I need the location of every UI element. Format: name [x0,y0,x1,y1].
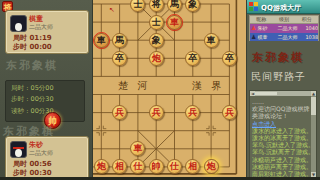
table-row[interactable]: ♟朱砂二品大师1040 [250,24,318,33]
branding-area: 东邪象棋 民间野路子 [247,42,320,89]
piece-red-兵[interactable]: 兵 [222,105,237,120]
brand-title: 东邪象棋 [252,50,304,65]
penguin-belly [15,149,22,157]
penguin-scarf [13,147,24,149]
setting-move-time: 步时：00分30 [11,95,84,104]
red-player-icon: ♟ [251,24,256,32]
xiangqi-game-window: 楚 河漢 界 ↖ 士将馬象士車車馬象車卒炮卒卒兵兵兵兵車炮相仕帥仕相炮 将 棋童… [0,0,320,180]
chat-message: 泼水的冰离开了游戏。 [252,134,312,141]
table-row[interactable]: ♟棋童二品大师1038 [250,33,318,42]
scroll-up-arrow-icon[interactable]: ▲ [311,91,316,96]
piece-black-士[interactable]: 士 [149,15,164,30]
chat-horizontal-scrollbar[interactable]: ◄ ► [250,91,316,96]
chat-log[interactable]: ◄ ► ……欢迎访问QQ游戏棋牌类游戏论坛！点击进入泼水的冰进入了游戏。泼水的冰… [249,90,317,178]
penguin-belly [15,23,22,31]
header-nickname: 昵称 [250,16,273,23]
black-player-card: 棋童 二品大师 局时 01:19 步时 00:00 [5,10,89,54]
piece-red-兵[interactable]: 兵 [149,105,164,120]
piece-black-将[interactable]: 将 [149,0,164,12]
header-score: 积分 [295,16,318,23]
row-rank: 二品大师 [277,34,305,40]
table-header: 昵称 级别 积分 [250,16,318,24]
chat-link[interactable]: 点击进入 [252,120,312,127]
chat-message: 泼水的冰进入了游戏。 [252,127,312,134]
chat-message: 欢迎访问QQ游戏棋牌类游戏论坛！ [252,105,312,119]
red-corner-mark: ↖ [109,6,115,14]
chat-vertical-scrollbar[interactable]: ▲ ▼ [311,91,316,177]
watermark-text: 东邪象棋 [6,58,58,73]
chat-message: 冰糖葫芦进入了游戏。 [252,156,312,163]
piece-black-車[interactable]: 車 [94,33,109,48]
chat-messages: ……欢迎访问QQ游戏棋牌类游戏论坛！点击进入泼水的冰进入了游戏。泼水的冰离开了游… [252,98,312,177]
setting-game-time: 局时：05分00 [11,84,84,93]
piece-red-車[interactable]: 車 [167,15,182,30]
black-player-rank: 二品大师 [29,23,53,32]
black-move-time: 步时 00:00 [13,42,52,52]
window-bottom-border [0,177,320,180]
right-sidebar: QQ游戏大厅 昵称 级别 积分 ♟朱砂二品大师1040♟棋童二品大师1038 东… [246,0,320,180]
piece-black-象[interactable]: 象 [149,33,164,48]
row-score: 1040 [305,25,318,31]
red-player-avatar[interactable] [10,141,27,158]
vscroll-thumb[interactable] [311,97,316,115]
row-score: 1038 [305,34,318,40]
black-player-avatar[interactable] [10,15,27,32]
chat-message: 笨鸟.沉默离开了游戏。 [252,148,312,155]
brand-subtitle: 民间野路子 [251,70,306,84]
svg-text:楚 河: 楚 河 [118,80,150,91]
red-player-card: 朱砂 二品大师 局时 00:56 步时 00:30 [5,136,89,180]
piece-black-車[interactable]: 車 [204,33,219,48]
window-titlebar[interactable]: QQ游戏大厅 [247,0,320,14]
chat-message: 冰糖葫芦离开了游戏。 [252,163,312,170]
black-player-icon: ♟ [251,33,256,41]
left-sidebar: 将 棋童 二品大师 局时 01:19 步时 00:00 东邪象棋 局时：05分0… [0,0,93,180]
piece-black-馬[interactable]: 馬 [112,33,127,48]
piece-black-卒[interactable]: 卒 [185,51,200,66]
row-nickname: 朱砂 [257,25,277,31]
row-rank: 二品大师 [277,25,305,31]
qq-game-logo-icon [249,2,258,11]
piece-red-炮[interactable]: 炮 [204,159,219,174]
piece-black-卒[interactable]: 卒 [222,51,237,66]
chat-message: 笨鸟.沉默进入了游戏。 [252,141,312,148]
piece-red-帥[interactable]: 帥 [149,159,164,174]
row-nickname: 棋童 [257,34,277,40]
window-title: QQ游戏大厅 [261,3,301,13]
hscroll-thumb[interactable] [255,92,277,95]
piece-black-馬[interactable]: 馬 [167,0,182,12]
chat-message: …… [252,98,312,105]
piece-black-卒[interactable]: 卒 [112,51,127,66]
header-rank: 级别 [273,16,296,23]
player-table[interactable]: 昵称 级别 积分 ♟朱砂二品大师1040♟棋童二品大师1038 [249,15,319,41]
svg-text:漢 界: 漢 界 [192,80,224,91]
piece-red-炮[interactable]: 炮 [149,51,164,66]
red-player-rank: 二品大师 [29,149,53,158]
